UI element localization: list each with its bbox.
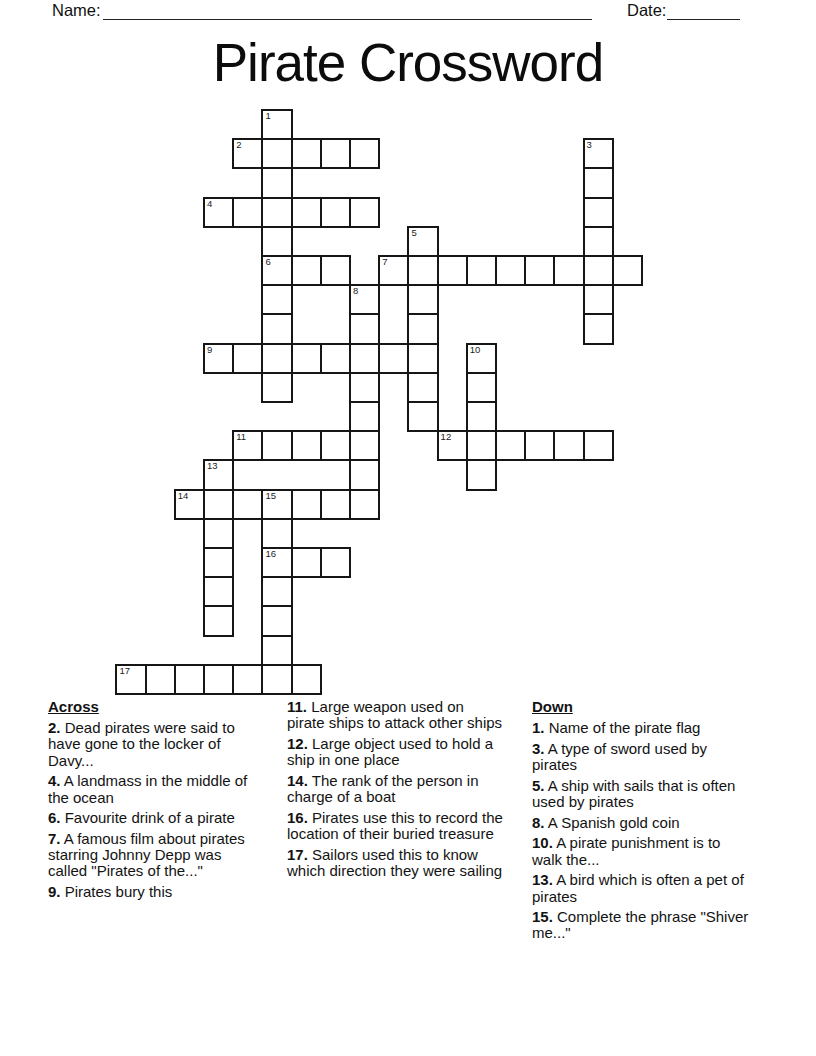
cell-r5-c9[interactable]: 7 bbox=[378, 255, 409, 286]
cell-r7-c16[interactable] bbox=[583, 313, 614, 344]
cell-r13-c2[interactable]: 14 bbox=[174, 489, 205, 520]
cell-r5-c10[interactable] bbox=[407, 255, 438, 286]
cell-r10-c12[interactable] bbox=[466, 401, 497, 432]
clue-number-4: 4 bbox=[207, 199, 212, 209]
across-clue-text-6: Favourite drink of a pirate bbox=[61, 809, 235, 826]
across-clues-column-2: 11. Large weapon used on pirate ships to… bbox=[287, 699, 503, 884]
down-clue-13: 13. A bird which is often a pet of pirat… bbox=[532, 872, 750, 904]
clue-number-8: 8 bbox=[353, 286, 358, 296]
down-clue-3: 3. A type of sword used by pirates bbox=[532, 741, 750, 773]
cell-r12-c12[interactable] bbox=[466, 459, 497, 490]
clue-number-3: 3 bbox=[587, 140, 592, 150]
cell-r5-c16[interactable] bbox=[583, 255, 614, 286]
cell-r14-c3[interactable] bbox=[203, 518, 234, 549]
across-clue-number-label-11: 11. bbox=[287, 698, 307, 715]
across-clue-4: 4. A landmass in the middle of the ocean bbox=[48, 773, 262, 805]
cell-r0-c5[interactable]: 1 bbox=[261, 109, 292, 140]
across-clue-number-label-17: 17. bbox=[287, 846, 308, 863]
across-clue-number-label-14: 14. bbox=[287, 772, 308, 789]
cell-r6-c8[interactable]: 8 bbox=[349, 284, 380, 315]
cell-r1-c8[interactable] bbox=[349, 138, 380, 169]
clue-number-12: 12 bbox=[441, 432, 452, 442]
cell-r12-c8[interactable] bbox=[349, 459, 380, 490]
cell-r17-c3[interactable] bbox=[203, 605, 234, 636]
across-clue-number-label-2: 2. bbox=[48, 719, 61, 736]
down-clue-text-1: Name of the pirate flag bbox=[545, 719, 701, 736]
cell-r3-c4[interactable] bbox=[232, 197, 263, 228]
cell-r3-c6[interactable] bbox=[291, 197, 322, 228]
cell-r9-c8[interactable] bbox=[349, 372, 380, 403]
cell-r5-c13[interactable] bbox=[495, 255, 526, 286]
clue-number-17: 17 bbox=[119, 666, 130, 676]
cell-r11-c14[interactable] bbox=[524, 430, 555, 461]
clue-number-14: 14 bbox=[178, 491, 189, 501]
down-clue-number-label-10: 10. bbox=[532, 834, 553, 851]
cell-r13-c4[interactable] bbox=[232, 489, 263, 520]
across-clue-17: 17. Sailors used this to know which dire… bbox=[287, 847, 503, 879]
cell-r8-c12[interactable]: 10 bbox=[466, 343, 497, 374]
cell-r3-c8[interactable] bbox=[349, 197, 380, 228]
cell-r8-c5[interactable] bbox=[261, 343, 292, 374]
clue-number-6: 6 bbox=[265, 257, 270, 267]
across-clue-list-2: 11. Large weapon used on pirate ships to… bbox=[287, 699, 503, 879]
cell-r11-c12[interactable] bbox=[466, 430, 497, 461]
name-blank-line[interactable] bbox=[103, 2, 592, 20]
cell-r15-c6[interactable] bbox=[291, 547, 322, 578]
across-clue-text-12: Large object used to hold a ship in one … bbox=[287, 735, 493, 768]
cell-r8-c7[interactable] bbox=[320, 343, 351, 374]
cell-r7-c5[interactable] bbox=[261, 313, 292, 344]
clue-number-2: 2 bbox=[236, 140, 241, 150]
cell-r6-c16[interactable] bbox=[583, 284, 614, 315]
cell-r5-c11[interactable] bbox=[437, 255, 468, 286]
down-clue-text-13: A bird which is often a pet of pirates bbox=[532, 871, 744, 904]
clue-number-1: 1 bbox=[265, 111, 270, 121]
cell-r11-c5[interactable] bbox=[261, 430, 292, 461]
cell-r3-c7[interactable] bbox=[320, 197, 351, 228]
cell-r10-c8[interactable] bbox=[349, 401, 380, 432]
across-clue-number-label-16: 16. bbox=[287, 809, 308, 826]
down-clue-text-5: A ship with sails that is often used by … bbox=[532, 777, 735, 810]
cell-r11-c13[interactable] bbox=[495, 430, 526, 461]
cell-r4-c16[interactable] bbox=[583, 226, 614, 257]
cell-r3-c5[interactable] bbox=[261, 197, 292, 228]
down-clue-number-label-1: 1. bbox=[532, 719, 545, 736]
cell-r9-c12[interactable] bbox=[466, 372, 497, 403]
cell-r8-c4[interactable] bbox=[232, 343, 263, 374]
down-header: Down bbox=[532, 699, 750, 715]
cell-r5-c17[interactable] bbox=[612, 255, 643, 286]
down-clue-text-10: A pirate punishment is to walk the... bbox=[532, 834, 720, 867]
cell-r11-c16[interactable] bbox=[583, 430, 614, 461]
cell-r8-c10[interactable] bbox=[407, 343, 438, 374]
date-label: Date: bbox=[627, 1, 666, 20]
cell-r2-c16[interactable] bbox=[583, 167, 614, 198]
cell-r19-c0[interactable]: 17 bbox=[115, 664, 146, 695]
name-label: Name: bbox=[52, 1, 101, 20]
cell-r19-c4[interactable] bbox=[232, 664, 263, 695]
cell-r5-c5[interactable]: 6 bbox=[261, 255, 292, 286]
cell-r5-c12[interactable] bbox=[466, 255, 497, 286]
cell-r5-c6[interactable] bbox=[291, 255, 322, 286]
cell-r16-c3[interactable] bbox=[203, 576, 234, 607]
cell-r3-c16[interactable] bbox=[583, 197, 614, 228]
cell-r7-c10[interactable] bbox=[407, 313, 438, 344]
down-clue-list: 1. Name of the pirate flag3. A type of s… bbox=[532, 720, 750, 941]
clue-number-15: 15 bbox=[265, 491, 276, 501]
cell-r19-c5[interactable] bbox=[261, 664, 292, 695]
cell-r19-c1[interactable] bbox=[145, 664, 176, 695]
cell-r19-c2[interactable] bbox=[174, 664, 205, 695]
cell-r3-c3[interactable]: 4 bbox=[203, 197, 234, 228]
down-clue-number-label-3: 3. bbox=[532, 740, 545, 757]
cell-r15-c7[interactable] bbox=[320, 547, 351, 578]
clue-number-13: 13 bbox=[207, 461, 218, 471]
down-clue-number-label-5: 5. bbox=[532, 777, 545, 794]
cell-r19-c3[interactable] bbox=[203, 664, 234, 695]
date-blank-line[interactable] bbox=[667, 2, 740, 20]
cell-r11-c8[interactable] bbox=[349, 430, 380, 461]
cell-r10-c10[interactable] bbox=[407, 401, 438, 432]
cell-r16-c5[interactable] bbox=[261, 576, 292, 607]
across-clue-7: 7. A famous film about pirates starring … bbox=[48, 831, 262, 880]
cell-r11-c7[interactable] bbox=[320, 430, 351, 461]
across-clue-6: 6. Favourite drink of a pirate bbox=[48, 810, 262, 826]
down-clue-10: 10. A pirate punishment is to walk the..… bbox=[532, 835, 750, 867]
cell-r11-c4[interactable]: 11 bbox=[232, 430, 263, 461]
clue-number-9: 9 bbox=[207, 345, 212, 355]
across-clue-14: 14. The rank of the person in charge of … bbox=[287, 773, 503, 805]
clue-number-5: 5 bbox=[411, 228, 416, 238]
across-clue-text-2: Dead pirates were said to have gone to t… bbox=[48, 719, 235, 768]
cell-r15-c3[interactable] bbox=[203, 547, 234, 578]
clue-number-7: 7 bbox=[382, 257, 387, 267]
cell-r11-c11[interactable]: 12 bbox=[437, 430, 468, 461]
across-clue-2: 2. Dead pirates were said to have gone t… bbox=[48, 720, 262, 769]
cell-r13-c6[interactable] bbox=[291, 489, 322, 520]
across-clue-number-label-12: 12. bbox=[287, 735, 308, 752]
down-clue-number-label-8: 8. bbox=[532, 814, 545, 831]
down-clues-column: Down 1. Name of the pirate flag3. A type… bbox=[532, 699, 750, 946]
across-clue-text-17: Sailors used this to know which directio… bbox=[287, 846, 502, 879]
across-clue-text-16: Pirates use this to record the location … bbox=[287, 809, 503, 842]
cell-r13-c7[interactable] bbox=[320, 489, 351, 520]
across-clue-number-label-7: 7. bbox=[48, 830, 61, 847]
cell-r19-c6[interactable] bbox=[291, 664, 322, 695]
cell-r4-c10[interactable]: 5 bbox=[407, 226, 438, 257]
cell-r5-c14[interactable] bbox=[524, 255, 555, 286]
down-clue-8: 8. A Spanish gold coin bbox=[532, 815, 750, 831]
cell-r18-c5[interactable] bbox=[261, 635, 292, 666]
worksheet-page: Name: Date: Pirate Crossword 12345678910… bbox=[0, 0, 816, 1056]
cell-r11-c6[interactable] bbox=[291, 430, 322, 461]
across-clue-text-7: A famous film about pirates starring Joh… bbox=[48, 830, 245, 879]
cell-r4-c5[interactable] bbox=[261, 226, 292, 257]
across-clue-text-4: A landmass in the middle of the ocean bbox=[48, 772, 247, 805]
across-clue-list-1: 2. Dead pirates were said to have gone t… bbox=[48, 720, 262, 900]
cell-r6-c10[interactable] bbox=[407, 284, 438, 315]
cell-r1-c16[interactable]: 3 bbox=[583, 138, 614, 169]
cell-r6-c5[interactable] bbox=[261, 284, 292, 315]
cell-r1-c5[interactable] bbox=[261, 138, 292, 169]
across-header: Across bbox=[48, 699, 262, 715]
cell-r15-c5[interactable]: 16 bbox=[261, 547, 292, 578]
puzzle-title: Pirate Crossword bbox=[0, 35, 816, 91]
across-clue-number-label-9: 9. bbox=[48, 883, 61, 900]
cell-r8-c6[interactable] bbox=[291, 343, 322, 374]
across-clue-text-14: The rank of the person in charge of a bo… bbox=[287, 772, 479, 805]
across-clue-text-9: Pirates bury this bbox=[61, 883, 173, 900]
cell-r5-c7[interactable] bbox=[320, 255, 351, 286]
cell-r8-c9[interactable] bbox=[378, 343, 409, 374]
across-clue-12: 12. Large object used to hold a ship in … bbox=[287, 736, 503, 768]
down-clue-number-label-15: 15. bbox=[532, 908, 553, 925]
down-clue-text-3: A type of sword used by pirates bbox=[532, 740, 707, 773]
cell-r13-c5[interactable]: 15 bbox=[261, 489, 292, 520]
down-clue-number-label-13: 13. bbox=[532, 871, 553, 888]
down-clue-5: 5. A ship with sails that is often used … bbox=[532, 778, 750, 810]
cell-r9-c10[interactable] bbox=[407, 372, 438, 403]
cell-r13-c8[interactable] bbox=[349, 489, 380, 520]
cell-r11-c15[interactable] bbox=[553, 430, 584, 461]
across-clue-number-label-4: 4. bbox=[48, 772, 61, 789]
cell-r5-c15[interactable] bbox=[553, 255, 584, 286]
across-clue-number-label-6: 6. bbox=[48, 809, 61, 826]
across-clue-16: 16. Pirates use this to record the locat… bbox=[287, 810, 503, 842]
cell-r1-c4[interactable]: 2 bbox=[232, 138, 263, 169]
cell-r1-c6[interactable] bbox=[291, 138, 322, 169]
cell-r1-c7[interactable] bbox=[320, 138, 351, 169]
cell-r2-c5[interactable] bbox=[261, 167, 292, 198]
clue-number-10: 10 bbox=[470, 345, 481, 355]
cell-r13-c3[interactable] bbox=[203, 489, 234, 520]
cell-r8-c3[interactable]: 9 bbox=[203, 343, 234, 374]
cell-r9-c5[interactable] bbox=[261, 372, 292, 403]
down-clue-text-15: Complete the phrase "Shiver me..." bbox=[532, 908, 748, 941]
across-clue-9: 9. Pirates bury this bbox=[48, 884, 262, 900]
down-clue-text-8: A Spanish gold coin bbox=[545, 814, 680, 831]
across-clues-column-1: Across 2. Dead pirates were said to have… bbox=[48, 699, 262, 905]
cell-r12-c3[interactable]: 13 bbox=[203, 459, 234, 490]
across-clue-11: 11. Large weapon used on pirate ships to… bbox=[287, 699, 503, 731]
cell-r14-c5[interactable] bbox=[261, 518, 292, 549]
across-clue-text-11: Large weapon used on pirate ships to att… bbox=[287, 698, 502, 731]
clue-number-11: 11 bbox=[236, 432, 246, 442]
clue-number-16: 16 bbox=[265, 549, 276, 559]
down-clue-15: 15. Complete the phrase "Shiver me..." bbox=[532, 909, 750, 941]
down-clue-1: 1. Name of the pirate flag bbox=[532, 720, 750, 736]
cell-r17-c5[interactable] bbox=[261, 605, 292, 636]
cell-r8-c8[interactable] bbox=[349, 343, 380, 374]
cell-r7-c8[interactable] bbox=[349, 313, 380, 344]
